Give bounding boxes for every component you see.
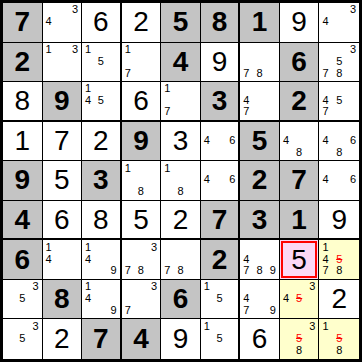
cell-r3c6[interactable]: 3 xyxy=(201,82,241,122)
pencil-marks: 13 xyxy=(45,44,80,80)
cell-r5c2[interactable]: 5 xyxy=(43,161,83,201)
cell-r5c5[interactable]: 18 xyxy=(161,161,201,201)
empty-candidate-slot xyxy=(203,146,214,158)
given-digit: 8 xyxy=(212,8,228,36)
empty-candidate-slot xyxy=(225,320,236,332)
cell-r3c5[interactable]: 17 xyxy=(161,82,201,122)
cell-r6c9[interactable]: 9 xyxy=(319,201,359,241)
cell-r7c2[interactable]: 14 xyxy=(43,240,83,280)
given-digit: 3 xyxy=(252,206,268,234)
eliminated-candidate-5: 5 xyxy=(333,253,345,265)
empty-candidate-slot xyxy=(84,106,95,118)
empty-candidate-slot xyxy=(186,162,198,174)
pencil-marks: 3578 xyxy=(321,44,357,80)
empty-candidate-slot xyxy=(106,293,117,305)
pencil-marks: 15 xyxy=(203,281,237,317)
empty-candidate-slot xyxy=(175,83,187,95)
candidate-4: 4 xyxy=(321,16,333,28)
empty-candidate-slot xyxy=(147,67,159,79)
cell-r6c5[interactable]: 2 xyxy=(161,201,201,241)
empty-candidate-slot xyxy=(17,345,29,357)
candidate-5: 5 xyxy=(214,333,225,345)
empty-candidate-slot xyxy=(265,95,277,107)
empty-candidate-slot xyxy=(95,106,106,118)
cell-r3c1[interactable]: 8 xyxy=(3,82,43,122)
cell-r3c3[interactable]: 145 xyxy=(82,82,122,122)
cell-r3c9[interactable]: 457 xyxy=(319,82,359,122)
candidate-7: 7 xyxy=(163,265,175,277)
empty-candidate-slot xyxy=(95,44,106,56)
pencil-marks: 15 xyxy=(84,44,118,80)
pencil-marks: 14578 xyxy=(321,241,357,277)
empty-candidate-slot xyxy=(282,333,294,345)
cell-r2c3[interactable]: 15 xyxy=(82,43,122,83)
empty-candidate-slot xyxy=(95,83,106,95)
given-digit: 2 xyxy=(14,48,30,76)
cell-r4c7[interactable]: 5 xyxy=(240,122,280,162)
empty-candidate-slot xyxy=(56,265,68,277)
candidate-9: 9 xyxy=(106,265,117,277)
empty-candidate-slot xyxy=(135,67,147,79)
candidate-5: 5 xyxy=(95,55,106,67)
cell-r7c8[interactable]: 5 xyxy=(280,240,320,280)
empty-candidate-slot xyxy=(225,293,236,305)
cell-r6c1[interactable]: 4 xyxy=(3,201,43,241)
cell-r1c2[interactable]: 34 xyxy=(43,3,83,43)
empty-candidate-slot xyxy=(135,162,147,174)
empty-candidate-slot xyxy=(135,305,147,317)
empty-candidate-slot xyxy=(147,55,159,67)
empty-candidate-slot xyxy=(345,186,357,198)
empty-candidate-slot xyxy=(265,83,277,95)
cell-r3c2[interactable]: 9 xyxy=(43,82,83,122)
candidate-8: 8 xyxy=(175,265,187,277)
given-digit: 5 xyxy=(173,8,189,36)
cell-r8c2[interactable]: 8 xyxy=(43,280,83,320)
empty-candidate-slot xyxy=(254,281,266,293)
empty-candidate-slot xyxy=(175,95,187,107)
given-digit: 6 xyxy=(173,285,189,313)
empty-candidate-slot xyxy=(214,345,225,357)
empty-candidate-slot xyxy=(203,123,214,135)
empty-candidate-slot xyxy=(68,265,80,277)
candidate-7: 7 xyxy=(321,106,333,118)
cell-r2c7[interactable]: 78 xyxy=(240,43,280,83)
cell-r4c2[interactable]: 7 xyxy=(43,122,83,162)
empty-candidate-slot xyxy=(175,174,187,186)
solved-digit: 5 xyxy=(291,246,307,274)
candidate-1: 1 xyxy=(84,44,95,56)
empty-candidate-slot xyxy=(345,106,357,118)
empty-candidate-slot xyxy=(124,174,136,186)
empty-candidate-slot xyxy=(68,55,80,67)
empty-candidate-slot xyxy=(45,4,57,16)
cell-r2c4[interactable]: 17 xyxy=(122,43,162,83)
empty-candidate-slot xyxy=(135,241,147,253)
empty-candidate-slot xyxy=(214,123,225,135)
empty-candidate-slot xyxy=(135,55,147,67)
cell-r9c3[interactable]: 7 xyxy=(82,319,122,359)
empty-candidate-slot xyxy=(254,305,266,317)
candidate-7: 7 xyxy=(242,305,254,317)
empty-candidate-slot xyxy=(321,83,333,95)
cell-r7c3[interactable]: 149 xyxy=(82,240,122,280)
empty-candidate-slot xyxy=(242,281,254,293)
candidate-7: 7 xyxy=(321,265,333,277)
empty-candidate-slot xyxy=(135,281,147,293)
cell-r7c4[interactable]: 378 xyxy=(122,240,162,280)
empty-candidate-slot xyxy=(333,320,345,332)
candidate-4: 4 xyxy=(242,253,254,265)
empty-candidate-slot xyxy=(321,186,333,198)
empty-candidate-slot xyxy=(214,135,225,147)
cell-r9c7[interactable]: 6 xyxy=(240,319,280,359)
empty-candidate-slot xyxy=(254,55,266,67)
candidate-4: 4 xyxy=(45,253,57,265)
solved-digit: 6 xyxy=(54,206,70,234)
empty-candidate-slot xyxy=(293,123,305,135)
cell-r9c4[interactable]: 4 xyxy=(122,319,162,359)
empty-candidate-slot xyxy=(124,281,136,293)
given-digit: 6 xyxy=(14,246,30,274)
empty-candidate-slot xyxy=(56,4,68,16)
empty-candidate-slot xyxy=(56,28,68,40)
cell-r7c7[interactable]: 4789 xyxy=(240,240,280,280)
cell-r3c7[interactable]: 47 xyxy=(240,82,280,122)
empty-candidate-slot xyxy=(106,67,117,79)
empty-candidate-slot xyxy=(225,123,236,135)
empty-candidate-slot xyxy=(321,28,333,40)
solved-digit: 8 xyxy=(14,87,30,115)
empty-candidate-slot xyxy=(345,16,357,28)
cell-r9c9[interactable]: 158 xyxy=(319,319,359,359)
cell-r8c4[interactable]: 37 xyxy=(122,280,162,320)
eliminated-candidate-5: 5 xyxy=(293,333,305,345)
candidate-6: 6 xyxy=(225,135,236,147)
empty-candidate-slot xyxy=(265,253,277,265)
candidate-4: 4 xyxy=(45,16,57,28)
cell-r9c6[interactable]: 15 xyxy=(201,319,241,359)
cell-r4c4[interactable]: 9 xyxy=(122,122,162,162)
empty-candidate-slot xyxy=(345,253,357,265)
candidate-8: 8 xyxy=(135,265,147,277)
sudoku-board: 7346258193421315174978635788914561734724… xyxy=(0,0,362,362)
empty-candidate-slot xyxy=(333,16,345,28)
empty-candidate-slot xyxy=(242,83,254,95)
cell-r1c4[interactable]: 2 xyxy=(122,3,162,43)
cell-r7c5[interactable]: 78 xyxy=(161,240,201,280)
cell-r8c5[interactable]: 6 xyxy=(161,280,201,320)
cell-r2c6[interactable]: 9 xyxy=(201,43,241,83)
empty-candidate-slot xyxy=(5,293,17,305)
cell-r4c3[interactable]: 2 xyxy=(82,122,122,162)
solved-digit: 6 xyxy=(133,87,149,115)
cell-r8c8[interactable]: 345 xyxy=(280,280,320,320)
pencil-marks: 479 xyxy=(242,281,277,317)
empty-candidate-slot xyxy=(225,333,236,345)
candidate-4: 4 xyxy=(321,174,333,186)
empty-candidate-slot xyxy=(5,305,17,317)
empty-candidate-slot xyxy=(175,241,187,253)
given-digit: 2 xyxy=(212,246,228,274)
cell-r1c6[interactable]: 8 xyxy=(201,3,241,43)
empty-candidate-slot xyxy=(186,265,198,277)
pencil-marks: 149 xyxy=(84,241,118,277)
candidate-4: 4 xyxy=(203,135,214,147)
empty-candidate-slot xyxy=(254,241,266,253)
empty-candidate-slot xyxy=(265,293,277,305)
empty-candidate-slot xyxy=(321,55,333,67)
cell-r2c2[interactable]: 13 xyxy=(43,43,83,83)
empty-candidate-slot xyxy=(45,55,57,67)
candidate-4: 4 xyxy=(84,95,95,107)
candidate-5: 5 xyxy=(95,95,106,107)
empty-candidate-slot xyxy=(214,281,225,293)
empty-candidate-slot xyxy=(265,281,277,293)
cell-r3c8[interactable]: 2 xyxy=(280,82,320,122)
cell-r5c8[interactable]: 7 xyxy=(280,161,320,201)
empty-candidate-slot xyxy=(203,305,214,317)
candidate-8: 8 xyxy=(333,67,345,79)
empty-candidate-slot xyxy=(56,253,68,265)
pencil-marks: 158 xyxy=(321,320,357,357)
candidate-1: 1 xyxy=(163,83,175,95)
candidate-1: 1 xyxy=(203,320,214,332)
pencil-marks: 14 xyxy=(45,241,80,277)
cell-r6c4[interactable]: 5 xyxy=(122,201,162,241)
empty-candidate-slot xyxy=(214,162,225,174)
candidate-5: 5 xyxy=(17,293,29,305)
given-digit: 7 xyxy=(93,325,109,353)
cell-r2c8[interactable]: 6 xyxy=(280,43,320,83)
empty-candidate-slot xyxy=(203,186,214,198)
candidate-9: 9 xyxy=(265,265,277,277)
candidate-8: 8 xyxy=(135,186,147,198)
empty-candidate-slot xyxy=(321,146,333,158)
candidate-1: 1 xyxy=(84,241,95,253)
empty-candidate-slot xyxy=(345,95,357,107)
cell-r1c9[interactable]: 34 xyxy=(319,3,359,43)
given-digit: 8 xyxy=(54,285,70,313)
empty-candidate-slot xyxy=(333,123,345,135)
empty-candidate-slot xyxy=(175,162,187,174)
candidate-4: 4 xyxy=(321,135,333,147)
cell-r4c8[interactable]: 48 xyxy=(280,122,320,162)
candidate-7: 7 xyxy=(124,67,136,79)
empty-candidate-slot xyxy=(345,162,357,174)
given-digit: 5 xyxy=(252,127,268,155)
empty-candidate-slot xyxy=(333,174,345,186)
given-digit: 7 xyxy=(14,8,30,36)
cell-r1c1[interactable]: 7 xyxy=(3,3,43,43)
given-digit: 1 xyxy=(252,8,268,36)
empty-candidate-slot xyxy=(293,305,305,317)
empty-candidate-slot xyxy=(163,186,175,198)
given-digit: 4 xyxy=(133,325,149,353)
empty-candidate-slot xyxy=(265,241,277,253)
cell-r5c3[interactable]: 3 xyxy=(82,161,122,201)
solved-digit: 6 xyxy=(93,8,109,36)
candidate-1: 1 xyxy=(84,83,95,95)
candidate-6: 6 xyxy=(225,174,236,186)
empty-candidate-slot xyxy=(305,293,317,305)
cell-r3c4[interactable]: 6 xyxy=(122,82,162,122)
pencil-marks: 17 xyxy=(163,83,198,118)
cell-r1c3[interactable]: 6 xyxy=(82,3,122,43)
pencil-marks: 17 xyxy=(124,44,159,80)
pencil-marks: 4789 xyxy=(242,241,277,277)
cell-r4c6[interactable]: 46 xyxy=(201,122,241,162)
cell-r5c6[interactable]: 46 xyxy=(201,161,241,201)
cell-r7c1[interactable]: 6 xyxy=(3,240,43,280)
candidate-4: 4 xyxy=(242,293,254,305)
solved-digit: 5 xyxy=(133,206,149,234)
cell-r8c6[interactable]: 15 xyxy=(201,280,241,320)
cell-r8c1[interactable]: 35 xyxy=(3,280,43,320)
cell-r5c1[interactable]: 9 xyxy=(3,161,43,201)
cell-r5c4[interactable]: 18 xyxy=(122,161,162,201)
empty-candidate-slot xyxy=(293,135,305,147)
empty-candidate-slot xyxy=(28,333,40,345)
pencil-marks: 37 xyxy=(124,281,159,317)
empty-candidate-slot xyxy=(106,44,117,56)
candidate-4: 4 xyxy=(282,135,294,147)
empty-candidate-slot xyxy=(106,241,117,253)
eliminated-candidate-5: 5 xyxy=(333,333,345,345)
solved-digit: 9 xyxy=(173,325,189,353)
empty-candidate-slot xyxy=(293,281,305,293)
candidate-3: 3 xyxy=(68,44,80,56)
pencil-marks: 145 xyxy=(84,83,118,118)
cell-r5c7[interactable]: 2 xyxy=(240,161,280,201)
cell-r7c6[interactable]: 2 xyxy=(201,240,241,280)
empty-candidate-slot xyxy=(305,146,317,158)
cell-r2c5[interactable]: 4 xyxy=(161,43,201,83)
empty-candidate-slot xyxy=(56,16,68,28)
cell-r4c5[interactable]: 3 xyxy=(161,122,201,162)
candidate-8: 8 xyxy=(333,345,345,357)
solved-digit: 2 xyxy=(54,325,70,353)
candidate-1: 1 xyxy=(163,162,175,174)
pencil-marks: 34 xyxy=(45,4,80,40)
empty-candidate-slot xyxy=(95,305,106,317)
empty-candidate-slot xyxy=(106,106,117,118)
candidate-5: 5 xyxy=(17,333,29,345)
candidate-1: 1 xyxy=(203,281,214,293)
empty-candidate-slot xyxy=(333,4,345,16)
empty-candidate-slot xyxy=(321,44,333,56)
candidate-1: 1 xyxy=(45,44,57,56)
empty-candidate-slot xyxy=(5,281,17,293)
cell-r8c9[interactable]: 2 xyxy=(319,280,359,320)
empty-candidate-slot xyxy=(242,241,254,253)
empty-candidate-slot xyxy=(84,67,95,79)
empty-candidate-slot xyxy=(5,333,17,345)
given-digit: 3 xyxy=(93,166,109,194)
empty-candidate-slot xyxy=(95,241,106,253)
candidate-8: 8 xyxy=(333,146,345,158)
candidate-3: 3 xyxy=(28,320,40,332)
cell-r2c9[interactable]: 3578 xyxy=(319,43,359,83)
cell-r8c7[interactable]: 479 xyxy=(240,280,280,320)
pencil-marks: 46 xyxy=(321,162,357,198)
pencil-marks: 15 xyxy=(203,320,237,357)
given-digit: 9 xyxy=(133,127,149,155)
cell-r2c1[interactable]: 2 xyxy=(3,43,43,83)
candidate-5: 5 xyxy=(333,55,345,67)
cell-r8c3[interactable]: 149 xyxy=(82,280,122,320)
cell-r4c1[interactable]: 1 xyxy=(3,122,43,162)
empty-candidate-slot xyxy=(84,265,95,277)
empty-candidate-slot xyxy=(124,241,136,253)
solved-digit: 6 xyxy=(252,325,268,353)
cell-r5c9[interactable]: 46 xyxy=(319,161,359,201)
cell-r9c5[interactable]: 9 xyxy=(161,319,201,359)
empty-candidate-slot xyxy=(95,281,106,293)
cell-r7c9[interactable]: 14578 xyxy=(319,240,359,280)
candidate-4: 4 xyxy=(282,293,294,305)
empty-candidate-slot xyxy=(147,293,159,305)
cell-r1c5[interactable]: 5 xyxy=(161,3,201,43)
empty-candidate-slot xyxy=(124,186,136,198)
pencil-marks: 378 xyxy=(124,241,159,277)
empty-candidate-slot xyxy=(17,305,29,317)
cell-r6c6[interactable]: 7 xyxy=(201,201,241,241)
given-digit: 7 xyxy=(291,166,307,194)
empty-candidate-slot xyxy=(175,106,187,118)
empty-candidate-slot xyxy=(175,253,187,265)
cell-r1c7[interactable]: 1 xyxy=(240,3,280,43)
empty-candidate-slot xyxy=(84,305,95,317)
given-digit: 2 xyxy=(252,166,268,194)
cell-r4c9[interactable]: 468 xyxy=(319,122,359,162)
cell-r9c2[interactable]: 2 xyxy=(43,319,83,359)
cell-r6c8[interactable]: 1 xyxy=(280,201,320,241)
cell-r6c7[interactable]: 3 xyxy=(240,201,280,241)
candidate-8: 8 xyxy=(254,67,266,79)
empty-candidate-slot xyxy=(321,123,333,135)
candidate-3: 3 xyxy=(345,4,357,16)
empty-candidate-slot xyxy=(203,162,214,174)
solved-digit: 2 xyxy=(133,8,149,36)
given-digit: 9 xyxy=(14,166,30,194)
cell-r6c2[interactable]: 6 xyxy=(43,201,83,241)
cell-r6c3[interactable]: 8 xyxy=(82,201,122,241)
empty-candidate-slot xyxy=(5,320,17,332)
given-digit: 7 xyxy=(212,206,228,234)
empty-candidate-slot xyxy=(225,345,236,357)
empty-candidate-slot xyxy=(5,345,17,357)
empty-candidate-slot xyxy=(254,293,266,305)
empty-candidate-slot xyxy=(333,135,345,147)
empty-candidate-slot xyxy=(254,44,266,56)
cell-r1c8[interactable]: 9 xyxy=(280,3,320,43)
pencil-marks: 149 xyxy=(84,281,118,317)
candidate-1: 1 xyxy=(124,44,136,56)
candidate-7: 7 xyxy=(242,265,254,277)
solved-digit: 9 xyxy=(212,48,228,76)
empty-candidate-slot xyxy=(163,253,175,265)
empty-candidate-slot xyxy=(265,55,277,67)
cell-r9c8[interactable]: 358 xyxy=(280,319,320,359)
cell-r9c1[interactable]: 35 xyxy=(3,319,43,359)
empty-candidate-slot xyxy=(225,162,236,174)
empty-candidate-slot xyxy=(345,345,357,357)
pencil-marks: 345 xyxy=(282,281,317,317)
empty-candidate-slot xyxy=(68,253,80,265)
given-digit: 4 xyxy=(14,206,30,234)
pencil-marks: 46 xyxy=(203,162,237,198)
